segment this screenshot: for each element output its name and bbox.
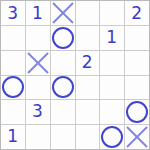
circle-mark-icon	[2, 76, 24, 98]
cross-mark-icon	[26, 51, 50, 75]
clue-number: 1	[32, 5, 43, 22]
clue-number: 2	[131, 5, 142, 22]
cell-r5c2[interactable]: 3	[26, 100, 51, 125]
cell-r5c3[interactable]	[51, 100, 76, 125]
cell-r3c6[interactable]	[125, 51, 150, 76]
cell-r4c1[interactable]	[1, 76, 26, 101]
cell-r4c3[interactable]	[51, 76, 76, 101]
cell-r2c5[interactable]: 1	[100, 26, 125, 51]
cell-r2c2[interactable]	[26, 26, 51, 51]
clue-number: 1	[106, 29, 117, 46]
cell-r6c3[interactable]	[51, 125, 76, 150]
cell-r1c5[interactable]	[100, 1, 125, 26]
cell-r6c1[interactable]: 1	[1, 125, 26, 150]
cross-mark-icon	[51, 1, 75, 25]
cell-r3c5[interactable]	[100, 51, 125, 76]
cell-r6c4[interactable]	[76, 125, 101, 150]
cell-r3c2[interactable]	[26, 51, 51, 76]
circle-mark-icon	[101, 126, 123, 148]
cell-r3c3[interactable]	[51, 51, 76, 76]
cell-r1c1[interactable]: 3	[1, 1, 26, 26]
cell-r1c3[interactable]	[51, 1, 76, 26]
cell-r4c6[interactable]	[125, 76, 150, 101]
cell-r2c4[interactable]	[76, 26, 101, 51]
cell-r2c3[interactable]	[51, 26, 76, 51]
cell-r1c6[interactable]: 2	[125, 1, 150, 26]
cell-r5c4[interactable]	[76, 100, 101, 125]
clue-number: 3	[7, 5, 18, 22]
circle-mark-icon	[52, 76, 74, 98]
circle-mark-icon	[126, 101, 148, 123]
cell-r1c4[interactable]	[76, 1, 101, 26]
cell-r6c5[interactable]	[100, 125, 125, 150]
puzzle-grid: 3121231	[0, 0, 150, 150]
cell-r4c5[interactable]	[100, 76, 125, 101]
cell-r1c2[interactable]: 1	[26, 1, 51, 26]
cell-r5c1[interactable]	[1, 100, 26, 125]
circle-mark-icon	[52, 27, 74, 49]
cell-r4c2[interactable]	[26, 76, 51, 101]
cell-r6c6[interactable]	[125, 125, 150, 150]
cell-r5c6[interactable]	[125, 100, 150, 125]
clue-number: 1	[7, 128, 18, 145]
cell-r4c4[interactable]	[76, 76, 101, 101]
clue-number: 3	[32, 103, 43, 120]
cell-r2c1[interactable]	[1, 26, 26, 51]
cross-mark-icon	[125, 125, 149, 149]
clue-number: 2	[82, 54, 93, 71]
cell-r2c6[interactable]	[125, 26, 150, 51]
cell-r5c5[interactable]	[100, 100, 125, 125]
cell-r3c1[interactable]	[1, 51, 26, 76]
cell-r6c2[interactable]	[26, 125, 51, 150]
cell-r3c4[interactable]: 2	[76, 51, 101, 76]
